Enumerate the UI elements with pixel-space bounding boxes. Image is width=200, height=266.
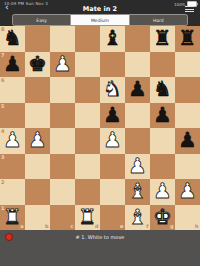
coord-rank-2: 2 (1, 180, 4, 185)
piece-white-pawn[interactable]: ♟ (125, 154, 150, 180)
square-f8[interactable] (125, 26, 150, 52)
coord-rank-5: 5 (1, 104, 4, 109)
square-d6[interactable] (75, 77, 100, 103)
piece-white-pawn[interactable]: ♟ (100, 128, 125, 154)
piece-black-knight[interactable]: ♞ (0, 26, 25, 52)
segment-hard[interactable]: Hard (130, 15, 187, 25)
square-e4[interactable]: ♟ (100, 128, 125, 154)
coord-rank-6: 6 (1, 78, 4, 83)
piece-white-pawn[interactable]: ♟ (0, 128, 25, 154)
app-screen: 10:09 PM Sun Nov 3 100% ‹ Mate in 2 Easy… (0, 0, 200, 266)
square-h8[interactable]: ♜ (175, 26, 200, 52)
coord-file-b: b (45, 224, 49, 229)
square-b3[interactable] (25, 154, 50, 180)
square-f7[interactable] (125, 52, 150, 78)
square-c5[interactable] (50, 103, 75, 129)
square-g5[interactable]: ♟ (150, 103, 175, 129)
square-a2[interactable]: 2 (0, 179, 25, 205)
square-b6[interactable] (25, 77, 50, 103)
segment-easy[interactable]: Easy (13, 15, 71, 25)
square-d4[interactable] (75, 128, 100, 154)
square-e3[interactable] (100, 154, 125, 180)
square-h5[interactable] (175, 103, 200, 129)
square-e7[interactable] (100, 52, 125, 78)
square-e6[interactable]: ♞ (100, 77, 125, 103)
square-d5[interactable] (75, 103, 100, 129)
square-c8[interactable] (50, 26, 75, 52)
square-d2[interactable] (75, 179, 100, 205)
square-d7[interactable] (75, 52, 100, 78)
square-a4[interactable]: 4♟ (0, 128, 25, 154)
piece-white-pawn[interactable]: ♟ (25, 128, 50, 154)
square-e5[interactable]: ♟ (100, 103, 125, 129)
square-g1[interactable]: g♚ (150, 205, 175, 231)
piece-black-bishop[interactable]: ♝ (100, 26, 125, 52)
coord-file-h: h (195, 224, 199, 229)
header: 10:09 PM Sun Nov 3 100% ‹ Mate in 2 Easy… (0, 0, 200, 26)
square-f5[interactable] (125, 103, 150, 129)
puzzle-status-text: # 1. White to move (0, 234, 200, 240)
square-h2[interactable]: ♟ (175, 179, 200, 205)
square-g4[interactable] (150, 128, 175, 154)
square-a7[interactable]: 7♟ (0, 52, 25, 78)
piece-white-king[interactable]: ♚ (150, 205, 175, 231)
square-f6[interactable]: ♟ (125, 77, 150, 103)
hint-lightbulb-icon[interactable] (187, 232, 195, 243)
piece-black-king[interactable]: ♚ (25, 52, 50, 78)
piece-black-pawn[interactable]: ♟ (0, 52, 25, 78)
square-b4[interactable]: ♟ (25, 128, 50, 154)
piece-black-rook[interactable]: ♜ (150, 26, 175, 52)
square-h1[interactable]: h (175, 205, 200, 231)
square-e2[interactable] (100, 179, 125, 205)
square-b1[interactable]: b (25, 205, 50, 231)
square-d1[interactable]: d♜ (75, 205, 100, 231)
square-e8[interactable]: ♝ (100, 26, 125, 52)
square-f4[interactable] (125, 128, 150, 154)
piece-black-knight[interactable]: ♞ (150, 77, 175, 103)
square-a8[interactable]: 8♞ (0, 26, 25, 52)
square-b2[interactable] (25, 179, 50, 205)
piece-white-pawn[interactable]: ♟ (175, 179, 200, 205)
coord-rank-3: 3 (1, 155, 4, 160)
square-g6[interactable]: ♞ (150, 77, 175, 103)
piece-black-rook[interactable]: ♜ (175, 26, 200, 52)
square-b7[interactable]: ♚ (25, 52, 50, 78)
square-c6[interactable] (50, 77, 75, 103)
piece-white-rook[interactable]: ♜ (0, 205, 25, 231)
square-h6[interactable] (175, 77, 200, 103)
piece-black-pawn[interactable]: ♟ (150, 103, 175, 129)
square-h3[interactable] (175, 154, 200, 180)
page-title: Mate in 2 (0, 5, 200, 13)
square-c1[interactable]: c (50, 205, 75, 231)
square-f3[interactable]: ♟ (125, 154, 150, 180)
square-g8[interactable]: ♜ (150, 26, 175, 52)
square-a1[interactable]: 1a♜ (0, 205, 25, 231)
difficulty-segmented-control: Easy Medium Hard (12, 14, 188, 26)
bottom-toolbar: # 1. White to move (0, 230, 200, 266)
piece-white-bishop[interactable]: ♝ (125, 205, 150, 231)
piece-white-bishop[interactable]: ♝ (125, 179, 150, 205)
square-f2[interactable]: ♝ (125, 179, 150, 205)
square-h7[interactable] (175, 52, 200, 78)
square-a5[interactable]: 5 (0, 103, 25, 129)
piece-white-pawn[interactable]: ♟ (150, 179, 175, 205)
square-c7[interactable]: ♟ (50, 52, 75, 78)
square-e1[interactable]: e (100, 205, 125, 231)
piece-black-pawn[interactable]: ♟ (100, 103, 125, 129)
square-g7[interactable] (150, 52, 175, 78)
square-c3[interactable] (50, 154, 75, 180)
square-b5[interactable] (25, 103, 50, 129)
square-h4[interactable]: ♟ (175, 128, 200, 154)
square-c4[interactable] (50, 128, 75, 154)
piece-white-pawn[interactable]: ♟ (50, 52, 75, 78)
square-a3[interactable]: 3 (0, 154, 25, 180)
coord-file-c: c (71, 224, 74, 229)
chess-board: 8♞♝♜♜7♟♚♟6♞♟♞5♟♟4♟♟♟♟3♟2♝♟♟1a♜bcd♜ef♝g♚h (0, 26, 200, 230)
square-c2[interactable] (50, 179, 75, 205)
hamburger-menu-icon[interactable] (185, 6, 194, 14)
coord-file-e: e (120, 224, 123, 229)
square-d3[interactable] (75, 154, 100, 180)
piece-white-rook[interactable]: ♜ (75, 205, 100, 231)
square-f1[interactable]: f♝ (125, 205, 150, 231)
segment-medium[interactable]: Medium (71, 15, 129, 25)
piece-black-pawn[interactable]: ♟ (175, 128, 200, 154)
square-a6[interactable]: 6 (0, 77, 25, 103)
square-b8[interactable] (25, 26, 50, 52)
square-d8[interactable] (75, 26, 100, 52)
piece-black-pawn[interactable]: ♟ (125, 77, 150, 103)
piece-white-knight[interactable]: ♞ (100, 77, 125, 103)
square-g2[interactable]: ♟ (150, 179, 175, 205)
square-g3[interactable] (150, 154, 175, 180)
